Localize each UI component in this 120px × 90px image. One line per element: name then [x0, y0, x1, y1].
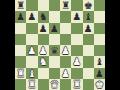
screenshot-canvas: ♜♜♚♟♟♞♟♝♟♟♟♟♟♛♟♞♟♝♜♝♟♟♜♛♜♚	[0, 0, 120, 90]
black-pawn[interactable]: ♟	[83, 23, 94, 34]
square-d1[interactable]: ♛	[49, 79, 60, 90]
white-pawn[interactable]: ♟	[71, 56, 82, 67]
square-d7[interactable]	[49, 11, 60, 22]
square-d3[interactable]	[49, 56, 60, 67]
square-c4[interactable]: ♟	[38, 45, 49, 56]
square-g7[interactable]: ♝	[83, 11, 94, 22]
white-pawn[interactable]: ♟	[60, 68, 71, 79]
square-c8[interactable]	[38, 0, 49, 11]
square-e1[interactable]	[60, 79, 71, 90]
square-b5[interactable]	[26, 34, 37, 45]
square-g3[interactable]	[83, 56, 94, 67]
square-f8[interactable]	[71, 0, 82, 11]
square-d5[interactable]	[49, 34, 60, 45]
square-h4[interactable]	[94, 45, 105, 56]
square-f5[interactable]	[71, 34, 82, 45]
black-pawn[interactable]: ♟	[49, 23, 60, 34]
square-b7[interactable]: ♟	[26, 11, 37, 22]
square-e6[interactable]	[60, 23, 71, 34]
square-e8[interactable]: ♜	[60, 0, 71, 11]
white-queen[interactable]: ♛	[49, 79, 60, 90]
square-c2[interactable]	[38, 68, 49, 79]
square-a6[interactable]	[15, 23, 26, 34]
letterbox-left	[0, 0, 15, 90]
square-a7[interactable]: ♟	[15, 11, 26, 22]
white-pawn[interactable]: ♟	[38, 45, 49, 56]
square-f3[interactable]: ♟	[71, 56, 82, 67]
square-f1[interactable]: ♜	[71, 79, 82, 90]
white-rook[interactable]: ♜	[71, 79, 82, 90]
square-b3[interactable]	[26, 56, 37, 67]
square-c7[interactable]: ♞	[38, 11, 49, 22]
square-g2[interactable]	[83, 68, 94, 79]
square-c6[interactable]: ♟	[38, 23, 49, 34]
white-knight[interactable]: ♞	[38, 56, 49, 67]
square-c3[interactable]: ♞	[38, 56, 49, 67]
black-bishop[interactable]: ♝	[94, 56, 105, 67]
black-pawn[interactable]: ♟	[94, 68, 105, 79]
square-g5[interactable]	[83, 34, 94, 45]
square-h7[interactable]	[94, 11, 105, 22]
black-rook[interactable]: ♜	[15, 0, 26, 11]
black-queen[interactable]: ♛	[49, 45, 60, 56]
square-h5[interactable]	[94, 34, 105, 45]
black-king[interactable]: ♚	[83, 0, 94, 11]
black-pawn[interactable]: ♟	[38, 23, 49, 34]
square-e5[interactable]	[60, 34, 71, 45]
square-d8[interactable]	[49, 0, 60, 11]
square-h6[interactable]	[94, 23, 105, 34]
square-c1[interactable]	[38, 79, 49, 90]
white-king[interactable]: ♚	[94, 79, 105, 90]
square-h2[interactable]: ♟	[94, 68, 105, 79]
square-c5[interactable]	[38, 34, 49, 45]
square-b2[interactable]: ♝	[26, 68, 37, 79]
square-g4[interactable]	[83, 45, 94, 56]
white-rook[interactable]: ♜	[26, 79, 37, 90]
chess-board: ♜♜♚♟♟♞♟♝♟♟♟♟♟♛♟♞♟♝♜♝♟♟♜♛♜♚	[15, 0, 105, 90]
black-pawn[interactable]: ♟	[71, 11, 82, 22]
square-e7[interactable]	[60, 11, 71, 22]
square-d2[interactable]	[49, 68, 60, 79]
square-e4[interactable]: ♟	[60, 45, 71, 56]
white-pawn[interactable]: ♟	[26, 45, 37, 56]
black-pawn[interactable]: ♟	[15, 11, 26, 22]
black-knight[interactable]: ♞	[38, 11, 49, 22]
black-bishop[interactable]: ♝	[83, 11, 94, 22]
white-pawn[interactable]: ♟	[60, 45, 71, 56]
square-b6[interactable]	[26, 23, 37, 34]
square-a2[interactable]: ♜	[15, 68, 26, 79]
square-g1[interactable]	[83, 79, 94, 90]
square-g8[interactable]: ♚	[83, 0, 94, 11]
square-h3[interactable]: ♝	[94, 56, 105, 67]
white-bishop[interactable]: ♝	[26, 68, 37, 79]
square-a1[interactable]	[15, 79, 26, 90]
square-b4[interactable]: ♟	[26, 45, 37, 56]
square-b1[interactable]: ♜	[26, 79, 37, 90]
white-rook[interactable]: ♜	[15, 68, 26, 79]
square-e2[interactable]: ♟	[60, 68, 71, 79]
square-a4[interactable]	[15, 45, 26, 56]
square-g6[interactable]: ♟	[83, 23, 94, 34]
square-f7[interactable]: ♟	[71, 11, 82, 22]
square-f6[interactable]	[71, 23, 82, 34]
square-e3[interactable]	[60, 56, 71, 67]
square-f4[interactable]	[71, 45, 82, 56]
square-d6[interactable]: ♟	[49, 23, 60, 34]
letterbox-right	[105, 0, 120, 90]
square-a3[interactable]	[15, 56, 26, 67]
black-rook[interactable]: ♜	[60, 0, 71, 11]
square-h1[interactable]: ♚	[94, 79, 105, 90]
square-d4[interactable]: ♛	[49, 45, 60, 56]
square-a8[interactable]: ♜	[15, 0, 26, 11]
square-a5[interactable]	[15, 34, 26, 45]
square-b8[interactable]	[26, 0, 37, 11]
square-h8[interactable]	[94, 0, 105, 11]
square-f2[interactable]	[71, 68, 82, 79]
black-pawn[interactable]: ♟	[26, 11, 37, 22]
